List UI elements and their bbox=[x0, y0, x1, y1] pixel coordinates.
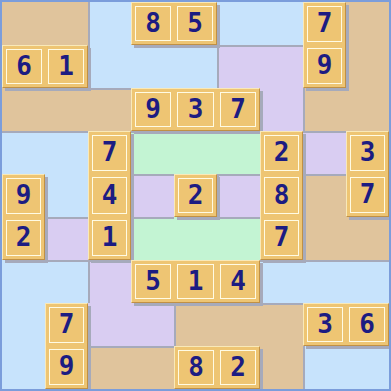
cell-r4c1[interactable] bbox=[45, 174, 88, 217]
cell-r4c5[interactable] bbox=[217, 174, 260, 217]
cell-r3c7[interactable] bbox=[303, 131, 346, 174]
cell-r8c7[interactable] bbox=[303, 346, 346, 389]
given-tile-r7c8: 6 bbox=[346, 303, 389, 346]
cell-r8c2[interactable] bbox=[88, 346, 131, 389]
digit: 7 bbox=[360, 181, 376, 207]
digit: 6 bbox=[359, 311, 375, 337]
digit: 7 bbox=[102, 139, 118, 165]
given-tile-r6c5: 4 bbox=[217, 260, 260, 303]
cell-r0c8[interactable] bbox=[346, 2, 389, 45]
cell-r0c1[interactable] bbox=[45, 2, 88, 45]
given-tile-r4c4: 2 bbox=[174, 174, 217, 217]
cell-r6c2[interactable] bbox=[88, 260, 131, 303]
given-tile-r1c0: 6 bbox=[2, 45, 45, 88]
tile-inner-frame: 1 bbox=[177, 264, 214, 299]
cell-r0c2[interactable] bbox=[88, 2, 131, 45]
cell-r5c0[interactable]: 2 bbox=[2, 217, 45, 260]
given-tile-r3c6: 2 bbox=[260, 131, 303, 174]
given-tile-r7c1: 7 bbox=[45, 303, 88, 346]
cell-r0c0[interactable] bbox=[2, 2, 45, 45]
digit: 8 bbox=[274, 182, 290, 208]
digit: 2 bbox=[188, 182, 204, 208]
tile-inner-frame: 8 bbox=[135, 6, 171, 41]
given-tile-r0c3: 8 bbox=[131, 2, 174, 45]
given-tile-r4c2: 4 bbox=[88, 174, 131, 217]
cell-r8c4[interactable]: 8 bbox=[174, 346, 217, 389]
tile-inner-frame: 9 bbox=[135, 92, 171, 127]
given-tile-r3c2: 7 bbox=[88, 131, 131, 174]
cell-r4c6[interactable]: 8 bbox=[260, 174, 303, 217]
cell-r4c7[interactable] bbox=[303, 174, 346, 217]
tile-inner-frame: 7 bbox=[264, 220, 299, 256]
cell-r6c7[interactable] bbox=[303, 260, 346, 303]
cell-r3c8[interactable]: 3 bbox=[346, 131, 389, 174]
cell-r2c7[interactable] bbox=[303, 88, 346, 131]
tile-inner-frame: 8 bbox=[178, 350, 214, 385]
cell-r1c7[interactable]: 9 bbox=[303, 45, 346, 88]
digit: 2 bbox=[274, 139, 290, 165]
cell-r3c4[interactable] bbox=[174, 131, 217, 174]
cell-r5c7[interactable] bbox=[303, 217, 346, 260]
tile-inner-frame: 7 bbox=[307, 6, 342, 42]
tile-inner-frame: 2 bbox=[6, 220, 41, 256]
cell-r2c1[interactable] bbox=[45, 88, 88, 131]
given-tile-r7c7: 3 bbox=[303, 303, 346, 346]
tile-inner-frame: 4 bbox=[92, 177, 127, 214]
cell-r2c0[interactable] bbox=[2, 88, 45, 131]
cell-r1c3[interactable] bbox=[131, 45, 174, 88]
digit: 9 bbox=[145, 96, 161, 122]
tile-inner-frame: 2 bbox=[178, 178, 213, 213]
tile-inner-frame: 2 bbox=[264, 135, 299, 171]
cell-r0c4[interactable]: 5 bbox=[174, 2, 217, 45]
cell-r3c2[interactable]: 7 bbox=[88, 131, 131, 174]
cell-r1c6[interactable] bbox=[260, 45, 303, 88]
cell-r3c3[interactable] bbox=[131, 131, 174, 174]
tile-inner-frame: 9 bbox=[49, 349, 84, 385]
cell-r7c3[interactable] bbox=[131, 303, 174, 346]
given-tile-r1c1: 1 bbox=[45, 45, 88, 88]
digit: 1 bbox=[188, 268, 204, 294]
digit: 3 bbox=[317, 311, 333, 337]
cell-r0c5[interactable] bbox=[217, 2, 260, 45]
cell-r8c3[interactable] bbox=[131, 346, 174, 389]
cell-r7c2[interactable] bbox=[88, 303, 131, 346]
given-tile-r0c7: 7 bbox=[303, 2, 346, 45]
digit: 7 bbox=[230, 96, 246, 122]
given-tile-r8c5: 2 bbox=[217, 346, 260, 389]
digit: 4 bbox=[230, 268, 246, 294]
tile-inner-frame: 4 bbox=[220, 264, 256, 299]
given-tile-r2c4: 3 bbox=[174, 88, 217, 131]
digit: 8 bbox=[188, 354, 204, 380]
cell-r2c4[interactable]: 3 bbox=[174, 88, 217, 131]
tile-inner-frame: 5 bbox=[177, 6, 213, 41]
cell-r6c0[interactable] bbox=[2, 260, 45, 303]
tile-inner-frame: 8 bbox=[264, 177, 299, 214]
digit: 1 bbox=[58, 53, 74, 79]
cell-r4c0[interactable]: 9 bbox=[2, 174, 45, 217]
cell-r6c3[interactable]: 5 bbox=[131, 260, 174, 303]
cell-r4c8[interactable]: 7 bbox=[346, 174, 389, 217]
cell-r8c1[interactable]: 9 bbox=[45, 346, 88, 389]
given-tile-r2c3: 9 bbox=[131, 88, 174, 131]
given-tile-r5c2: 1 bbox=[88, 217, 131, 260]
cell-r2c3[interactable]: 9 bbox=[131, 88, 174, 131]
given-tile-r8c4: 8 bbox=[174, 346, 217, 389]
tile-inner-frame: 6 bbox=[6, 49, 42, 84]
cell-r2c2[interactable] bbox=[88, 88, 131, 131]
digit: 7 bbox=[274, 224, 290, 250]
digit: 9 bbox=[59, 353, 75, 379]
cell-r2c6[interactable] bbox=[260, 88, 303, 131]
digit: 5 bbox=[187, 10, 203, 36]
cell-r1c1[interactable]: 1 bbox=[45, 45, 88, 88]
tile-inner-frame: 2 bbox=[220, 350, 256, 385]
digit: 7 bbox=[59, 311, 75, 337]
cell-r1c5[interactable] bbox=[217, 45, 260, 88]
cell-r7c0[interactable] bbox=[2, 303, 45, 346]
tile-inner-frame: 5 bbox=[135, 264, 171, 299]
tile-inner-frame: 6 bbox=[349, 307, 385, 342]
given-tile-r4c6: 8 bbox=[260, 174, 303, 217]
cell-r6c4[interactable]: 1 bbox=[174, 260, 217, 303]
cell-r7c4[interactable] bbox=[174, 303, 217, 346]
given-tile-r8c1: 9 bbox=[45, 346, 88, 389]
cell-r2c8[interactable] bbox=[346, 88, 389, 131]
digit: 6 bbox=[16, 53, 32, 79]
cell-r2c5[interactable]: 7 bbox=[217, 88, 260, 131]
digit: 1 bbox=[102, 224, 118, 250]
cell-r8c0[interactable] bbox=[2, 346, 45, 389]
tile-inner-frame: 7 bbox=[92, 135, 127, 171]
cell-r8c8[interactable] bbox=[346, 346, 389, 389]
cell-r5c1[interactable] bbox=[45, 217, 88, 260]
cell-r4c2[interactable]: 4 bbox=[88, 174, 131, 217]
cell-r7c8[interactable]: 6 bbox=[346, 303, 389, 346]
digit: 2 bbox=[16, 224, 32, 250]
cell-r7c6[interactable] bbox=[260, 303, 303, 346]
cell-r1c2[interactable] bbox=[88, 45, 131, 88]
given-tile-r5c0: 2 bbox=[2, 217, 45, 260]
tile-inner-frame: 3 bbox=[307, 307, 343, 342]
cell-r8c5[interactable]: 2 bbox=[217, 346, 260, 389]
cell-r3c0[interactable] bbox=[2, 131, 45, 174]
digit: 3 bbox=[360, 139, 376, 165]
given-tile-r5c6: 7 bbox=[260, 217, 303, 260]
cell-r1c0[interactable]: 6 bbox=[2, 45, 45, 88]
given-tile-r6c4: 1 bbox=[174, 260, 217, 303]
digit: 2 bbox=[230, 354, 246, 380]
cell-r5c4[interactable] bbox=[174, 217, 217, 260]
cell-r3c6[interactable]: 2 bbox=[260, 131, 303, 174]
cell-r0c7[interactable]: 7 bbox=[303, 2, 346, 45]
cell-r0c3[interactable]: 8 bbox=[131, 2, 174, 45]
cell-r7c5[interactable] bbox=[217, 303, 260, 346]
tile-inner-frame: 7 bbox=[350, 177, 385, 213]
given-tile-r4c8: 7 bbox=[346, 174, 389, 217]
tile-inner-frame: 3 bbox=[350, 135, 385, 171]
cell-r6c6[interactable] bbox=[260, 260, 303, 303]
cell-r3c5[interactable] bbox=[217, 131, 260, 174]
digit: 4 bbox=[102, 182, 118, 208]
cell-r1c8[interactable] bbox=[346, 45, 389, 88]
tile-inner-frame: 1 bbox=[92, 220, 127, 256]
cell-r8c6[interactable] bbox=[260, 346, 303, 389]
tile-inner-frame: 1 bbox=[48, 49, 84, 84]
cell-r1c4[interactable] bbox=[174, 45, 217, 88]
cell-r0c6[interactable] bbox=[260, 2, 303, 45]
digit: 8 bbox=[145, 10, 161, 36]
digit: 9 bbox=[16, 182, 32, 208]
given-tile-r3c8: 3 bbox=[346, 131, 389, 174]
digit: 7 bbox=[317, 10, 333, 36]
cell-r5c6[interactable]: 7 bbox=[260, 217, 303, 260]
given-tile-r4c0: 9 bbox=[2, 174, 45, 217]
cell-r6c1[interactable] bbox=[45, 260, 88, 303]
given-tile-r2c5: 7 bbox=[217, 88, 260, 131]
given-tile-r1c7: 9 bbox=[303, 45, 346, 88]
given-tile-r6c3: 5 bbox=[131, 260, 174, 303]
cell-r4c4[interactable]: 2 bbox=[174, 174, 217, 217]
cell-r7c7[interactable]: 3 bbox=[303, 303, 346, 346]
cell-r5c8[interactable] bbox=[346, 217, 389, 260]
given-tile-r0c4: 5 bbox=[174, 2, 217, 45]
digit: 3 bbox=[188, 96, 204, 122]
tile-inner-frame: 9 bbox=[6, 178, 41, 214]
sudoku-board: 85761993772394287217514736982 bbox=[0, 0, 391, 391]
cell-r7c1[interactable]: 7 bbox=[45, 303, 88, 346]
cell-r5c3[interactable] bbox=[131, 217, 174, 260]
digit: 5 bbox=[145, 268, 161, 294]
tile-inner-frame: 3 bbox=[177, 92, 214, 127]
cell-r5c5[interactable] bbox=[217, 217, 260, 260]
tile-inner-frame: 9 bbox=[307, 48, 342, 84]
cell-r6c8[interactable] bbox=[346, 260, 389, 303]
cell-r6c5[interactable]: 4 bbox=[217, 260, 260, 303]
cell-r4c3[interactable] bbox=[131, 174, 174, 217]
tile-inner-frame: 7 bbox=[220, 92, 256, 127]
cell-r3c1[interactable] bbox=[45, 131, 88, 174]
digit: 9 bbox=[317, 52, 333, 78]
tile-inner-frame: 7 bbox=[49, 307, 84, 343]
cell-r5c2[interactable]: 1 bbox=[88, 217, 131, 260]
